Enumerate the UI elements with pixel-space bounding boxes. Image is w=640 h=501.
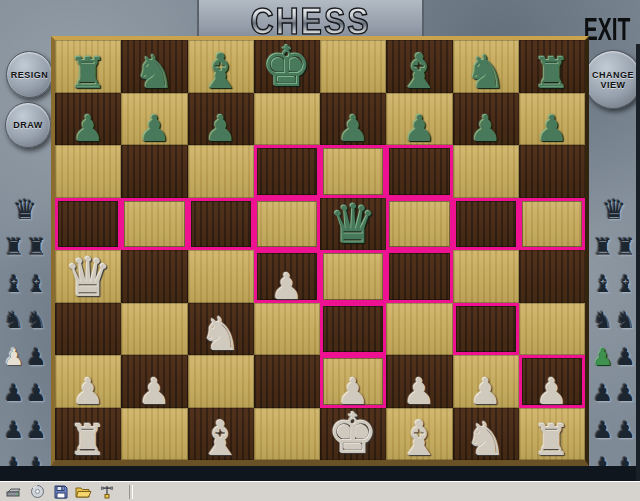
tray-row-right-2: ♝♝ [589, 273, 639, 296]
captured-tray-right: ♛♜♜♝♝♞♞♟♟♟♟♟♟♟♟ [589, 196, 639, 478]
tray-silhouette-pawn: ♟ [26, 382, 47, 405]
change-view-button[interactable]: CHANGE VIEW [584, 50, 640, 109]
square-b2[interactable]: ♟ [121, 355, 187, 408]
square-a5[interactable] [55, 198, 121, 251]
square-c2[interactable] [188, 355, 254, 408]
square-c5[interactable] [188, 198, 254, 251]
square-e4[interactable] [320, 250, 386, 303]
square-a4[interactable]: ♛ [55, 250, 121, 303]
captured-tray-left: ♛♜♜♝♝♞♞♟♟♟♟♟♟♟♟ [0, 196, 50, 478]
silver-knight-g1: ♞ [465, 416, 506, 462]
square-a7[interactable]: ♟ [55, 93, 121, 146]
square-d2[interactable] [254, 355, 320, 408]
square-f5[interactable] [386, 198, 452, 251]
square-c3[interactable]: ♞ [188, 303, 254, 356]
square-a1[interactable]: ♜ [55, 408, 121, 461]
open-folder-icon[interactable] [75, 484, 92, 499]
square-a2[interactable]: ♟ [55, 355, 121, 408]
silver-rook-a1: ♜ [69, 419, 108, 462]
captured-green-pawn: ♟ [592, 346, 613, 369]
square-e7[interactable]: ♟ [320, 93, 386, 146]
tray-silhouette-bishop: ♝ [26, 273, 47, 296]
tray-silhouette-pawn: ♟ [592, 382, 613, 405]
tray-silhouette-bishop: ♝ [615, 273, 636, 296]
tray-silhouette-pawn: ♟ [592, 419, 613, 442]
square-d6[interactable] [254, 145, 320, 198]
silver-pawn-a2: ♟ [72, 374, 104, 410]
square-d3[interactable] [254, 303, 320, 356]
square-d8[interactable]: ♚ [254, 40, 320, 93]
square-c7[interactable]: ♟ [188, 93, 254, 146]
hard-drive-icon[interactable] [6, 484, 23, 499]
tray-silhouette-queen: ♛ [602, 196, 626, 223]
silver-rook-h1: ♜ [533, 419, 572, 462]
tray-silhouette-pawn: ♟ [26, 346, 47, 369]
square-h8[interactable]: ♜ [519, 40, 585, 93]
resign-button-label: RESIGN [11, 70, 49, 80]
tray-row-right-1: ♜♜ [589, 236, 639, 259]
tray-silhouette-pawn: ♟ [615, 346, 636, 369]
silver-pawn-h2: ♟ [536, 374, 568, 410]
square-d7[interactable] [254, 93, 320, 146]
square-g4[interactable] [453, 250, 519, 303]
silver-pawn-f2: ♟ [403, 374, 435, 410]
square-e2[interactable]: ♟ [320, 355, 386, 408]
square-b3[interactable] [121, 303, 187, 356]
window-right-edge [636, 44, 640, 481]
silver-pawn-g2: ♟ [469, 374, 501, 410]
green-knight-g8: ♞ [465, 49, 506, 95]
tray-row-right-3: ♞♞ [589, 309, 639, 332]
green-knight-b8: ♞ [134, 49, 175, 95]
tray-silhouette-pawn: ♟ [615, 382, 636, 405]
tray-silhouette-knight: ♞ [592, 309, 613, 332]
taskbar-separator [129, 485, 133, 499]
tray-row-left-3: ♞♞ [0, 309, 50, 332]
tray-row-right-5: ♟♟ [589, 382, 639, 405]
square-c4[interactable] [188, 250, 254, 303]
tray-silhouette-pawn: ♟ [3, 382, 24, 405]
draw-button[interactable]: DRAW [5, 102, 51, 148]
green-pawn-g7: ♟ [469, 111, 501, 147]
green-bishop-f8: ♝ [398, 47, 441, 95]
square-h6[interactable] [519, 145, 585, 198]
square-d4[interactable]: ♟ [254, 250, 320, 303]
tray-silhouette-rook: ♜ [592, 236, 613, 259]
square-f2[interactable]: ♟ [386, 355, 452, 408]
square-c8[interactable]: ♝ [188, 40, 254, 93]
square-f3[interactable] [386, 303, 452, 356]
square-b8[interactable]: ♞ [121, 40, 187, 93]
green-pawn-b7: ♟ [138, 111, 170, 147]
tray-silhouette-bishop: ♝ [3, 273, 24, 296]
square-d5[interactable] [254, 198, 320, 251]
change-view-label-1: CHANGE [592, 70, 634, 80]
draw-button-label: DRAW [13, 120, 43, 130]
square-e6[interactable] [320, 145, 386, 198]
square-h1[interactable]: ♜ [519, 408, 585, 461]
change-view-label-2: VIEW [600, 80, 625, 90]
square-h4[interactable] [519, 250, 585, 303]
green-bishop-c8: ♝ [199, 47, 242, 95]
square-c1[interactable]: ♝ [188, 408, 254, 461]
tray-row-right-0: ♛ [589, 196, 639, 223]
square-b5[interactable] [121, 198, 187, 251]
tray-silhouette-pawn: ♟ [615, 419, 636, 442]
square-g5[interactable] [453, 198, 519, 251]
tray-silhouette-knight: ♞ [3, 309, 24, 332]
tray-row-right-4: ♟♟ [589, 346, 639, 369]
tray-silhouette-knight: ♞ [26, 309, 47, 332]
cd-rom-icon[interactable] [29, 484, 46, 499]
chess-game-window: CHESS EXIT RESIGN DRAW CHANGE VIEW ♜♞♝♚♝… [0, 0, 640, 501]
tray-silhouette-queen: ♛ [13, 196, 37, 223]
green-pawn-c7: ♟ [204, 111, 236, 147]
square-h3[interactable] [519, 303, 585, 356]
square-h7[interactable]: ♟ [519, 93, 585, 146]
square-e8[interactable] [320, 40, 386, 93]
silver-pawn-b2: ♟ [138, 374, 170, 410]
silver-bishop-c1: ♝ [199, 414, 242, 462]
square-g7[interactable]: ♟ [453, 93, 519, 146]
square-c6[interactable] [188, 145, 254, 198]
square-f6[interactable] [386, 145, 452, 198]
tray-row-left-5: ♟♟ [0, 382, 50, 405]
square-f4[interactable] [386, 250, 452, 303]
square-a8[interactable]: ♜ [55, 40, 121, 93]
save-floppy-icon[interactable] [52, 484, 69, 499]
tray-row-left-1: ♜♜ [0, 236, 50, 259]
tray-silhouette-pawn: ♟ [3, 419, 24, 442]
square-f7[interactable]: ♟ [386, 93, 452, 146]
silver-queen-a4: ♛ [64, 251, 112, 305]
lower-shadow-strip [0, 466, 640, 481]
green-queen-e5: ♛ [329, 198, 377, 252]
square-b4[interactable] [121, 250, 187, 303]
tray-silhouette-rook: ♜ [615, 236, 636, 259]
tray-row-left-4: ♟♟ [0, 346, 50, 369]
square-h5[interactable] [519, 198, 585, 251]
tray-silhouette-knight: ♞ [615, 309, 636, 332]
square-b6[interactable] [121, 145, 187, 198]
square-g6[interactable] [453, 145, 519, 198]
square-d1[interactable] [254, 408, 320, 461]
tray-row-left-2: ♝♝ [0, 273, 50, 296]
square-g3[interactable] [453, 303, 519, 356]
captured-white-pawn: ♟ [3, 346, 24, 369]
square-f8[interactable]: ♝ [386, 40, 452, 93]
square-e1[interactable]: ♚ [320, 408, 386, 461]
silver-pawn-d4: ♟ [271, 269, 303, 305]
tray-row-left-0: ♛ [0, 196, 50, 223]
square-e3[interactable] [320, 303, 386, 356]
green-king-d8: ♚ [262, 39, 312, 95]
green-pawn-h7: ♟ [536, 111, 568, 147]
square-g8[interactable]: ♞ [453, 40, 519, 93]
network-tool-icon[interactable] [98, 484, 115, 499]
board-frame: ♜♞♝♚♝♞♜♟♟♟♟♟♟♟♛♛♟♞♟♟♟♟♟♟♜♝♚♝♞♜ [51, 36, 589, 466]
tray-silhouette-rook: ♜ [26, 236, 47, 259]
green-rook-a8: ♜ [69, 52, 108, 95]
silver-knight-c3: ♞ [200, 311, 241, 357]
resign-button[interactable]: RESIGN [6, 51, 53, 98]
tray-row-left-6: ♟♟ [0, 419, 50, 442]
tray-row-right-6: ♟♟ [589, 419, 639, 442]
square-a6[interactable] [55, 145, 121, 198]
green-pawn-f7: ♟ [403, 111, 435, 147]
chess-board: ♜♞♝♚♝♞♜♟♟♟♟♟♟♟♛♛♟♞♟♟♟♟♟♟♜♝♚♝♞♜ [55, 40, 585, 460]
square-b1[interactable] [121, 408, 187, 461]
silver-bishop-f1: ♝ [398, 414, 441, 462]
square-h2[interactable]: ♟ [519, 355, 585, 408]
green-rook-h8: ♜ [533, 52, 572, 95]
silver-pawn-e2: ♟ [337, 374, 369, 410]
tray-silhouette-bishop: ♝ [592, 273, 613, 296]
green-pawn-a7: ♟ [72, 111, 104, 147]
green-pawn-e7: ♟ [337, 111, 369, 147]
tray-silhouette-pawn: ♟ [26, 419, 47, 442]
silver-king-e1: ♚ [328, 406, 378, 462]
square-f1[interactable]: ♝ [386, 408, 452, 461]
taskbar [0, 481, 640, 501]
tray-silhouette-rook: ♜ [3, 236, 24, 259]
square-g1[interactable]: ♞ [453, 408, 519, 461]
square-a3[interactable] [55, 303, 121, 356]
square-e5[interactable]: ♛ [320, 198, 386, 251]
square-g2[interactable]: ♟ [453, 355, 519, 408]
square-b7[interactable]: ♟ [121, 93, 187, 146]
